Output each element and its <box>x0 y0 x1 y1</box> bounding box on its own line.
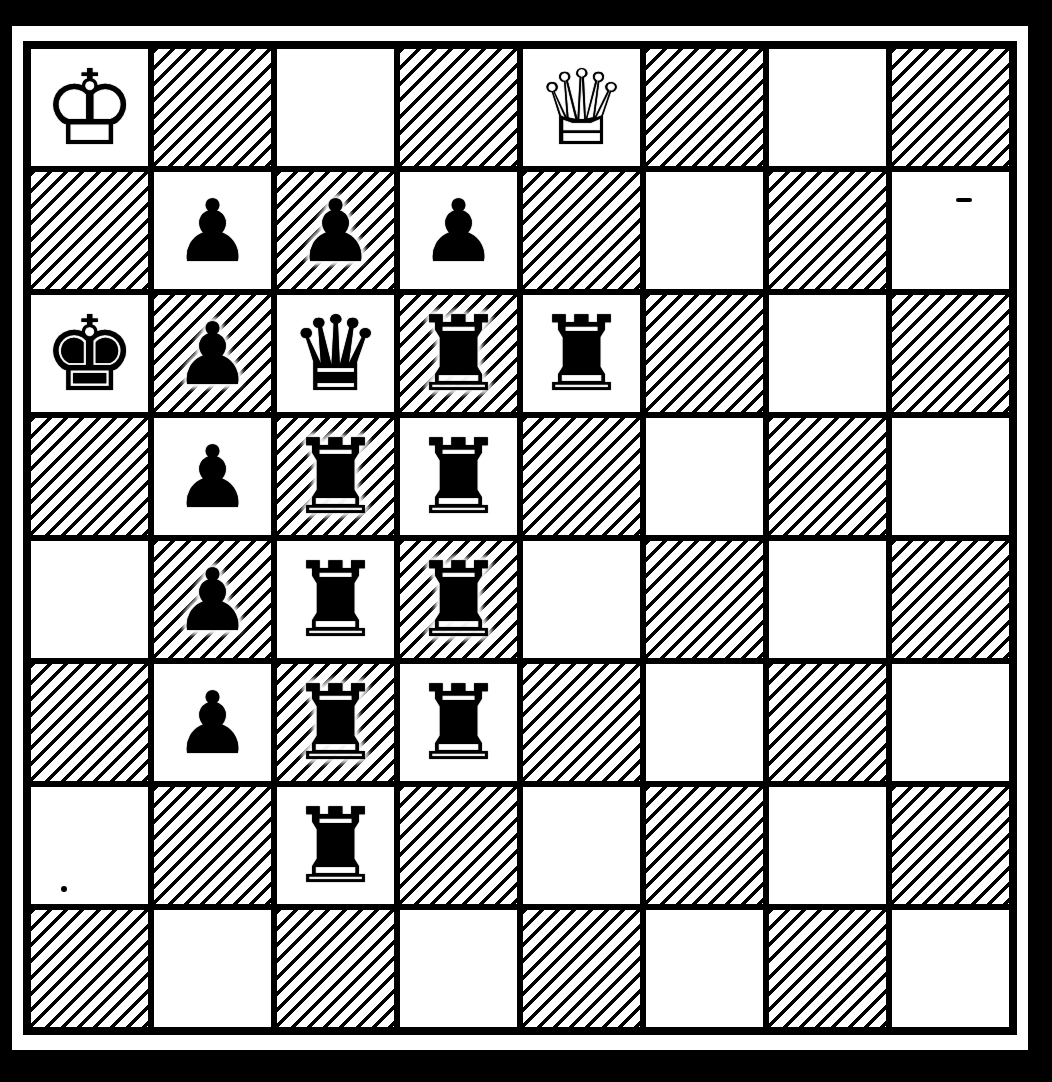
square-c4: ♜ <box>277 541 394 658</box>
chess-board: ♔♕♟♟♟♚♟♛♜♜♟♜♜♟♜♜♟♜♜♜ <box>31 49 1009 1027</box>
square-e2 <box>523 787 640 904</box>
square-g6 <box>769 295 886 412</box>
piece-black-pawn: ♟ <box>420 188 497 274</box>
square-g5 <box>769 418 886 535</box>
piece-black-rook: ♜ <box>289 425 382 529</box>
square-g1 <box>769 910 886 1027</box>
square-c7: ♟ <box>277 172 394 289</box>
print-speck-dash <box>956 198 972 202</box>
square-d7: ♟ <box>400 172 517 289</box>
piece-white-king: ♔ <box>43 56 136 160</box>
square-c3: ♜ <box>277 664 394 781</box>
square-a3 <box>31 664 148 781</box>
board-plate: ♔♕♟♟♟♚♟♛♜♜♟♜♜♟♜♜♟♜♜♜ <box>12 26 1028 1050</box>
square-e7 <box>523 172 640 289</box>
square-f3 <box>646 664 763 781</box>
square-a6: ♚ <box>31 295 148 412</box>
square-b7: ♟ <box>154 172 271 289</box>
square-e8: ♕ <box>523 49 640 166</box>
piece-black-pawn: ♟ <box>174 311 251 397</box>
piece-black-pawn: ♟ <box>174 557 251 643</box>
piece-black-rook: ♜ <box>412 302 505 406</box>
square-e1 <box>523 910 640 1027</box>
square-c1 <box>277 910 394 1027</box>
square-g3 <box>769 664 886 781</box>
square-d3: ♜ <box>400 664 517 781</box>
piece-black-rook: ♜ <box>412 671 505 775</box>
square-g4 <box>769 541 886 658</box>
square-e3 <box>523 664 640 781</box>
piece-black-rook: ♜ <box>289 548 382 652</box>
square-b1 <box>154 910 271 1027</box>
square-f1 <box>646 910 763 1027</box>
square-h5 <box>892 418 1009 535</box>
square-h7 <box>892 172 1009 289</box>
square-c8 <box>277 49 394 166</box>
square-d5: ♜ <box>400 418 517 535</box>
piece-black-pawn: ♟ <box>174 434 251 520</box>
square-b8 <box>154 49 271 166</box>
board-frame: ♔♕♟♟♟♚♟♛♜♜♟♜♜♟♜♜♟♜♜♜ <box>23 41 1017 1035</box>
square-a2 <box>31 787 148 904</box>
square-g7 <box>769 172 886 289</box>
piece-black-rook: ♜ <box>412 548 505 652</box>
piece-black-rook: ♜ <box>289 794 382 898</box>
square-b5: ♟ <box>154 418 271 535</box>
piece-black-rook: ♜ <box>289 671 382 775</box>
piece-black-king: ♚ <box>43 302 136 406</box>
square-e6: ♜ <box>523 295 640 412</box>
square-f6 <box>646 295 763 412</box>
square-f8 <box>646 49 763 166</box>
square-a7 <box>31 172 148 289</box>
square-c5: ♜ <box>277 418 394 535</box>
square-h2 <box>892 787 1009 904</box>
square-d8 <box>400 49 517 166</box>
square-d6: ♜ <box>400 295 517 412</box>
square-d2 <box>400 787 517 904</box>
square-a5 <box>31 418 148 535</box>
square-c6: ♛ <box>277 295 394 412</box>
square-a1 <box>31 910 148 1027</box>
square-f5 <box>646 418 763 535</box>
square-b3: ♟ <box>154 664 271 781</box>
piece-black-queen: ♛ <box>289 302 382 406</box>
square-f2 <box>646 787 763 904</box>
square-b2 <box>154 787 271 904</box>
piece-black-pawn: ♟ <box>174 188 251 274</box>
square-f4 <box>646 541 763 658</box>
square-h6 <box>892 295 1009 412</box>
square-c2: ♜ <box>277 787 394 904</box>
square-a8: ♔ <box>31 49 148 166</box>
square-g2 <box>769 787 886 904</box>
square-h1 <box>892 910 1009 1027</box>
print-speck-dot <box>61 886 67 892</box>
square-g8 <box>769 49 886 166</box>
piece-black-pawn: ♟ <box>297 188 374 274</box>
square-h4 <box>892 541 1009 658</box>
piece-black-pawn: ♟ <box>174 680 251 766</box>
scanned-page: ♔♕♟♟♟♚♟♛♜♜♟♜♜♟♜♜♟♜♜♜ <box>0 0 1052 1082</box>
square-h8 <box>892 49 1009 166</box>
square-b4: ♟ <box>154 541 271 658</box>
square-h3 <box>892 664 1009 781</box>
square-e5 <box>523 418 640 535</box>
square-e4 <box>523 541 640 658</box>
square-d4: ♜ <box>400 541 517 658</box>
piece-black-rook: ♜ <box>412 425 505 529</box>
piece-white-queen: ♕ <box>535 56 628 160</box>
square-a4 <box>31 541 148 658</box>
piece-black-rook: ♜ <box>535 302 628 406</box>
square-b6: ♟ <box>154 295 271 412</box>
square-f7 <box>646 172 763 289</box>
square-d1 <box>400 910 517 1027</box>
